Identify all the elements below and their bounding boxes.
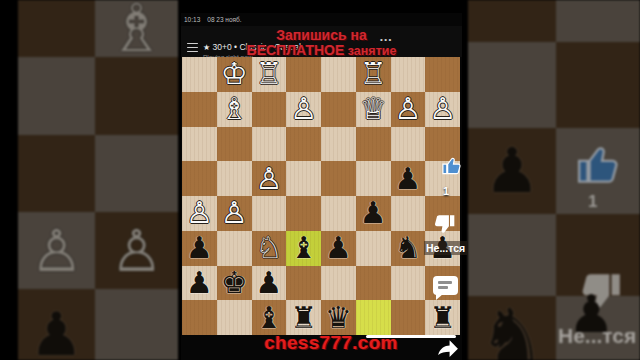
white-rook-icon[interactable]: ♖ (360, 59, 387, 89)
black-king-icon[interactable]: ♚ (221, 268, 248, 298)
square-f7[interactable]: ♟ (252, 266, 287, 301)
black-bishop-icon[interactable]: ♝ (290, 233, 317, 263)
square-d3[interactable] (321, 127, 356, 162)
square-e2[interactable]: ♙ (286, 92, 321, 127)
square-b5[interactable] (391, 196, 426, 231)
square-a1[interactable] (425, 57, 460, 92)
square-a8[interactable]: ♜ (425, 300, 460, 335)
square-b8[interactable] (391, 300, 426, 335)
black-pawn-icon[interactable]: ♟ (186, 268, 213, 298)
square-c8[interactable] (356, 300, 391, 335)
square-f1[interactable]: ♖ (252, 57, 287, 92)
square-g4[interactable] (217, 161, 252, 196)
white-pawn-icon[interactable]: ♙ (186, 198, 213, 228)
white-queen-icon[interactable]: ♕ (360, 94, 387, 124)
square-h7[interactable]: ♟ (182, 266, 217, 301)
square-e3[interactable] (286, 127, 321, 162)
white-king-icon[interactable]: ♔ (221, 59, 248, 89)
square-c5[interactable]: ♟ (356, 196, 391, 231)
background-blur-right: ♟ ♞ 1 ♟ Не...тся (466, 0, 640, 360)
square-g8[interactable] (217, 300, 252, 335)
status-time: 10:13 (184, 16, 200, 23)
square-d1[interactable] (321, 57, 356, 92)
square-e8[interactable]: ♜ (286, 300, 321, 335)
promo-rest: занятие (344, 44, 396, 58)
square-b7[interactable] (391, 266, 426, 301)
promo-text-line2: БЕСПЛАТНОЕ занятие (181, 42, 462, 58)
square-f5[interactable] (252, 196, 287, 231)
square-c4[interactable] (356, 161, 391, 196)
square-e5[interactable] (286, 196, 321, 231)
square-g2[interactable]: ♗ (217, 92, 252, 127)
square-c6[interactable] (356, 231, 391, 266)
square-f6[interactable]: ♘ (252, 231, 287, 266)
black-rook-icon[interactable]: ♜ (429, 303, 456, 333)
like-count: 1 (443, 185, 449, 197)
share-arrow-icon[interactable] (434, 333, 461, 358)
square-e4[interactable] (286, 161, 321, 196)
square-a2[interactable]: ♙ (425, 92, 460, 127)
square-g5[interactable]: ♙ (217, 196, 252, 231)
square-h5[interactable]: ♙ (182, 196, 217, 231)
square-h8[interactable] (182, 300, 217, 335)
square-d7[interactable] (321, 266, 356, 301)
square-d4[interactable] (321, 161, 356, 196)
black-bishop-icon[interactable]: ♝ (255, 303, 282, 333)
thumbs-down-icon[interactable] (430, 211, 457, 237)
white-pawn-icon[interactable]: ♙ (429, 94, 456, 124)
square-d2[interactable] (321, 92, 356, 127)
white-pawn-icon[interactable]: ♙ (290, 94, 317, 124)
square-d6[interactable]: ♟ (321, 231, 356, 266)
square-b2[interactable]: ♙ (391, 92, 426, 127)
square-h4[interactable] (182, 161, 217, 196)
chess-board: ♔♖♖♗♙♕♙♙♙♟♙♙♟♟♘♝♟♞♟♟♚♟♝♜♛♜ (182, 57, 460, 335)
black-queen-icon[interactable]: ♛ (325, 303, 352, 333)
background-blur-left: ♗ ♙ ♙ ♟ (0, 0, 178, 360)
square-g7[interactable]: ♚ (217, 266, 252, 301)
promo-text-line1: Запишись на (181, 27, 462, 43)
square-b4[interactable]: ♟ (391, 161, 426, 196)
square-g1[interactable]: ♔ (217, 57, 252, 92)
square-h2[interactable] (182, 92, 217, 127)
square-f2[interactable] (252, 92, 287, 127)
black-pawn-icon[interactable]: ♟ (255, 268, 282, 298)
comment-bubble-icon[interactable] (433, 276, 458, 295)
white-knight-icon[interactable]: ♘ (255, 233, 282, 263)
white-pawn-icon[interactable]: ♙ (394, 94, 421, 124)
square-b6[interactable]: ♞ (391, 231, 426, 266)
thumbs-up-icon[interactable] (441, 154, 464, 178)
status-date: 08 23 нояб. (207, 16, 241, 23)
square-h1[interactable] (182, 57, 217, 92)
square-c7[interactable] (356, 266, 391, 301)
square-c2[interactable]: ♕ (356, 92, 391, 127)
black-pawn-icon[interactable]: ♟ (186, 233, 213, 263)
square-d8[interactable]: ♛ (321, 300, 356, 335)
square-f8[interactable]: ♝ (252, 300, 287, 335)
square-c1[interactable]: ♖ (356, 57, 391, 92)
square-e6[interactable]: ♝ (286, 231, 321, 266)
white-rook-icon[interactable]: ♖ (255, 59, 282, 89)
square-c3[interactable] (356, 127, 391, 162)
white-pawn-icon[interactable]: ♙ (255, 164, 282, 194)
black-knight-icon[interactable]: ♞ (394, 233, 421, 263)
promo-strong: БЕСПЛАТНОЕ (247, 42, 345, 58)
black-pawn-icon[interactable]: ♟ (394, 164, 421, 194)
black-rook-icon[interactable]: ♜ (290, 303, 317, 333)
square-g3[interactable] (217, 127, 252, 162)
black-pawn-icon[interactable]: ♟ (325, 233, 352, 263)
square-h3[interactable] (182, 127, 217, 162)
phone-screenshot: 10:13 08 23 нояб. ★ 30+0 • Classic • Cas… (181, 13, 462, 360)
square-b1[interactable] (391, 57, 426, 92)
website-text: chess777.com (231, 332, 431, 354)
square-g6[interactable] (217, 231, 252, 266)
video-frame: ♗ ♙ ♙ ♟ ♟ ♞ (0, 0, 640, 360)
black-pawn-icon[interactable]: ♟ (360, 198, 387, 228)
square-d5[interactable] (321, 196, 356, 231)
square-h6[interactable]: ♟ (182, 231, 217, 266)
square-e1[interactable] (286, 57, 321, 92)
square-f3[interactable] (252, 127, 287, 162)
square-f4[interactable]: ♙ (252, 161, 287, 196)
white-bishop-icon[interactable]: ♗ (221, 94, 248, 124)
white-pawn-icon[interactable]: ♙ (221, 198, 248, 228)
square-e7[interactable] (286, 266, 321, 301)
comment-preview: Не...тся (424, 241, 467, 255)
status-bar: 10:13 08 23 нояб. (184, 13, 242, 26)
square-b3[interactable] (391, 127, 426, 162)
